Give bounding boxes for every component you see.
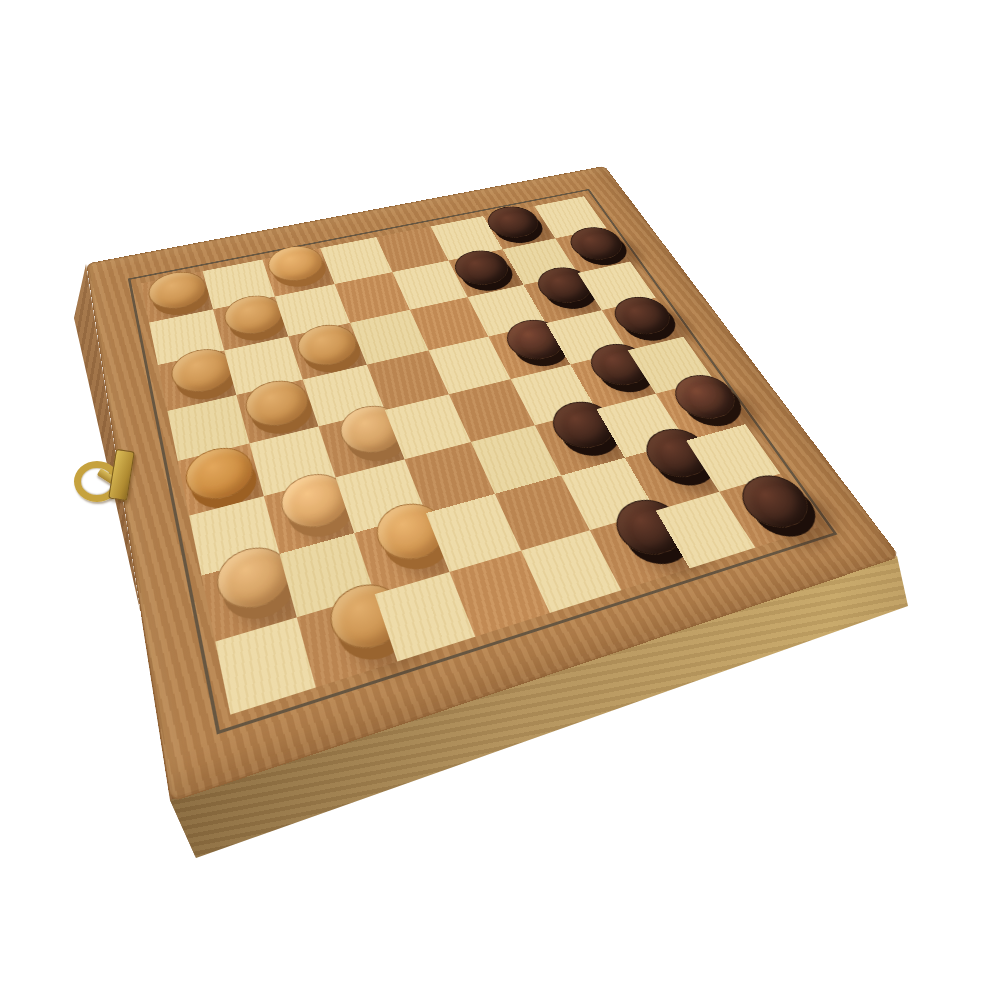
checker-piece-light[interactable] xyxy=(263,242,328,285)
product-photo-scene xyxy=(0,0,1000,1000)
brass-clasp-plate-icon xyxy=(108,449,135,501)
brass-clasp xyxy=(70,444,142,506)
checker-piece-light[interactable] xyxy=(145,267,210,313)
